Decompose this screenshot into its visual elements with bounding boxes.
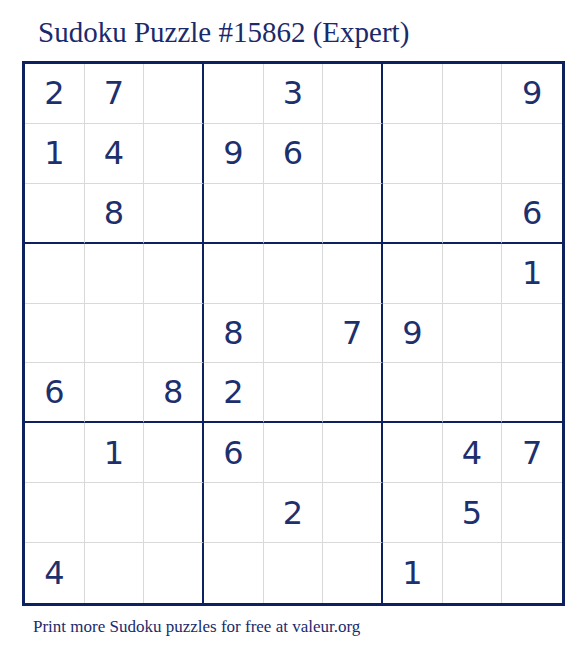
cell-r1c9: 9 — [502, 64, 562, 124]
cell-r6c7 — [383, 363, 443, 423]
cell-r4c8 — [443, 244, 503, 304]
cell-r3c3 — [144, 184, 204, 244]
cell-r3c2: 8 — [85, 184, 145, 244]
cell-r6c6 — [323, 363, 383, 423]
cell-r8c4 — [204, 483, 264, 543]
cell-r7c9: 7 — [502, 423, 562, 483]
cell-r1c8 — [443, 64, 503, 124]
cell-r5c1 — [25, 304, 85, 364]
cell-r3c1 — [25, 184, 85, 244]
cell-r3c6 — [323, 184, 383, 244]
cell-r7c1 — [25, 423, 85, 483]
cell-r8c9 — [502, 483, 562, 543]
cell-r7c8: 4 — [443, 423, 503, 483]
cell-r5c3 — [144, 304, 204, 364]
cell-r2c2: 4 — [85, 124, 145, 184]
cell-r6c8 — [443, 363, 503, 423]
cell-r8c2 — [85, 483, 145, 543]
cell-r1c2: 7 — [85, 64, 145, 124]
cell-r8c1 — [25, 483, 85, 543]
cell-r1c1: 2 — [25, 64, 85, 124]
cell-r4c9: 1 — [502, 244, 562, 304]
cell-r8c7 — [383, 483, 443, 543]
cell-r8c3 — [144, 483, 204, 543]
cell-r2c9 — [502, 124, 562, 184]
cell-r1c6 — [323, 64, 383, 124]
cell-r5c6: 7 — [323, 304, 383, 364]
cell-r6c9 — [502, 363, 562, 423]
cell-r4c1 — [25, 244, 85, 304]
cell-r5c9 — [502, 304, 562, 364]
cell-r2c1: 1 — [25, 124, 85, 184]
cell-r6c3: 8 — [144, 363, 204, 423]
cell-r9c4 — [204, 543, 264, 603]
cell-r1c3 — [144, 64, 204, 124]
cell-r9c5 — [264, 543, 324, 603]
cell-r6c5 — [264, 363, 324, 423]
cell-r9c3 — [144, 543, 204, 603]
cell-r2c3 — [144, 124, 204, 184]
cell-r3c4 — [204, 184, 264, 244]
cell-r5c5 — [264, 304, 324, 364]
cell-r8c8: 5 — [443, 483, 503, 543]
cell-r7c6 — [323, 423, 383, 483]
cell-r4c3 — [144, 244, 204, 304]
cell-r3c9: 6 — [502, 184, 562, 244]
cell-r6c4: 2 — [204, 363, 264, 423]
cell-r2c8 — [443, 124, 503, 184]
cell-r7c5 — [264, 423, 324, 483]
cell-r7c3 — [144, 423, 204, 483]
cell-r3c5 — [264, 184, 324, 244]
cell-r7c2: 1 — [85, 423, 145, 483]
sudoku-board: 2739149686187968216472541 — [22, 61, 565, 606]
cell-r2c4: 9 — [204, 124, 264, 184]
cell-r5c4: 8 — [204, 304, 264, 364]
cell-r4c7 — [383, 244, 443, 304]
cell-r4c2 — [85, 244, 145, 304]
cell-r1c5: 3 — [264, 64, 324, 124]
footer-text: Print more Sudoku puzzles for free at va… — [33, 617, 580, 637]
cell-r4c5 — [264, 244, 324, 304]
cell-r3c8 — [443, 184, 503, 244]
cell-r9c9 — [502, 543, 562, 603]
cell-r9c7: 1 — [383, 543, 443, 603]
cell-r8c6 — [323, 483, 383, 543]
cell-r2c6 — [323, 124, 383, 184]
cell-r8c5: 2 — [264, 483, 324, 543]
cell-r9c6 — [323, 543, 383, 603]
cell-r9c1: 4 — [25, 543, 85, 603]
cell-r2c5: 6 — [264, 124, 324, 184]
cell-r1c7 — [383, 64, 443, 124]
cell-r4c4 — [204, 244, 264, 304]
cell-r3c7 — [383, 184, 443, 244]
cell-r6c2 — [85, 363, 145, 423]
cell-r6c1: 6 — [25, 363, 85, 423]
cell-r1c4 — [204, 64, 264, 124]
cell-r5c2 — [85, 304, 145, 364]
page-title: Sudoku Puzzle #15862 (Expert) — [0, 0, 580, 49]
cell-r7c7 — [383, 423, 443, 483]
cell-r7c4: 6 — [204, 423, 264, 483]
cell-r5c8 — [443, 304, 503, 364]
cell-r4c6 — [323, 244, 383, 304]
cell-r2c7 — [383, 124, 443, 184]
cell-r9c8 — [443, 543, 503, 603]
cell-r9c2 — [85, 543, 145, 603]
cell-r5c7: 9 — [383, 304, 443, 364]
